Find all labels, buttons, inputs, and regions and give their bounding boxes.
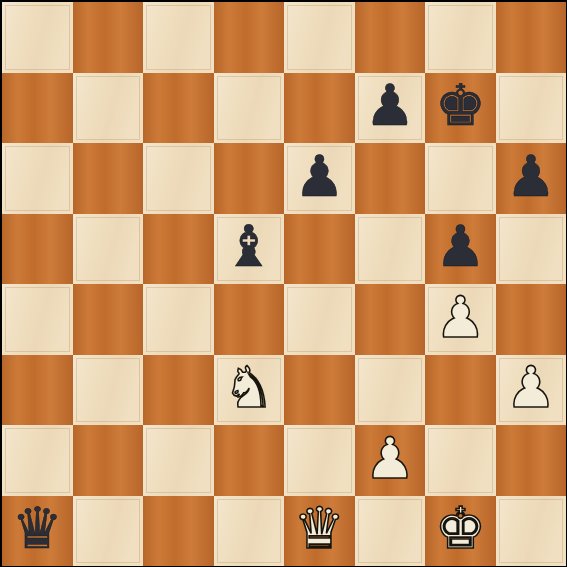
square-b7[interactable] — [73, 73, 144, 144]
square-h4[interactable] — [496, 284, 567, 355]
square-d7[interactable] — [214, 73, 285, 144]
black-pawn-piece: ♟ — [294, 148, 345, 205]
square-a2[interactable] — [2, 425, 73, 496]
square-d4[interactable] — [214, 284, 285, 355]
square-e2[interactable] — [284, 425, 355, 496]
square-f7[interactable]: ♟ — [355, 73, 426, 144]
square-d2[interactable] — [214, 425, 285, 496]
white-pawn-piece: ♟ — [364, 430, 415, 487]
black-bishop-piece: ♝ — [223, 218, 274, 275]
white-knight-piece: ♞ — [223, 359, 274, 416]
square-e5[interactable] — [284, 214, 355, 285]
square-h8[interactable] — [496, 2, 567, 73]
black-queen-piece: ♛ — [12, 500, 63, 557]
square-a4[interactable] — [2, 284, 73, 355]
square-g2[interactable] — [425, 425, 496, 496]
square-c8[interactable] — [143, 2, 214, 73]
black-pawn-piece: ♟ — [435, 218, 486, 275]
square-b4[interactable] — [73, 284, 144, 355]
square-f6[interactable] — [355, 143, 426, 214]
square-e8[interactable] — [284, 2, 355, 73]
square-h2[interactable] — [496, 425, 567, 496]
square-g6[interactable] — [425, 143, 496, 214]
square-d8[interactable] — [214, 2, 285, 73]
square-h5[interactable] — [496, 214, 567, 285]
square-h6[interactable]: ♟ — [496, 143, 567, 214]
square-h3[interactable]: ♟ — [496, 355, 567, 426]
square-f1[interactable] — [355, 496, 426, 567]
square-b6[interactable] — [73, 143, 144, 214]
square-f2[interactable]: ♟ — [355, 425, 426, 496]
square-g8[interactable] — [425, 2, 496, 73]
square-g1[interactable]: ♚ — [425, 496, 496, 567]
square-b3[interactable] — [73, 355, 144, 426]
square-e7[interactable] — [284, 73, 355, 144]
white-king-piece: ♚ — [435, 500, 486, 557]
square-b8[interactable] — [73, 2, 144, 73]
square-d5[interactable]: ♝ — [214, 214, 285, 285]
square-c6[interactable] — [143, 143, 214, 214]
square-a1[interactable]: ♛ — [2, 496, 73, 567]
square-a3[interactable] — [2, 355, 73, 426]
square-a8[interactable] — [2, 2, 73, 73]
square-b1[interactable] — [73, 496, 144, 567]
square-d3[interactable]: ♞ — [214, 355, 285, 426]
square-f8[interactable] — [355, 2, 426, 73]
white-pawn-piece: ♟ — [435, 289, 486, 346]
square-f4[interactable] — [355, 284, 426, 355]
square-c2[interactable] — [143, 425, 214, 496]
square-b5[interactable] — [73, 214, 144, 285]
square-c5[interactable] — [143, 214, 214, 285]
square-e1[interactable]: ♛ — [284, 496, 355, 567]
square-d1[interactable] — [214, 496, 285, 567]
black-pawn-piece: ♟ — [364, 77, 415, 134]
square-e6[interactable]: ♟ — [284, 143, 355, 214]
square-c1[interactable] — [143, 496, 214, 567]
square-g3[interactable] — [425, 355, 496, 426]
white-queen-piece: ♛ — [294, 500, 345, 557]
square-c4[interactable] — [143, 284, 214, 355]
square-c7[interactable] — [143, 73, 214, 144]
square-a6[interactable] — [2, 143, 73, 214]
square-d6[interactable] — [214, 143, 285, 214]
square-h1[interactable] — [496, 496, 567, 567]
square-g4[interactable]: ♟ — [425, 284, 496, 355]
square-a5[interactable] — [2, 214, 73, 285]
square-f3[interactable] — [355, 355, 426, 426]
square-e3[interactable] — [284, 355, 355, 426]
square-a7[interactable] — [2, 73, 73, 144]
square-h7[interactable] — [496, 73, 567, 144]
square-f5[interactable] — [355, 214, 426, 285]
chess-board: ♟♚♟♟♝♟♟♞♟♟♛♛♚ — [0, 0, 567, 567]
black-pawn-piece: ♟ — [505, 148, 556, 205]
square-b2[interactable] — [73, 425, 144, 496]
white-pawn-piece: ♟ — [505, 359, 556, 416]
black-king-piece: ♚ — [435, 77, 486, 134]
square-c3[interactable] — [143, 355, 214, 426]
square-g5[interactable]: ♟ — [425, 214, 496, 285]
square-e4[interactable] — [284, 284, 355, 355]
square-g7[interactable]: ♚ — [425, 73, 496, 144]
